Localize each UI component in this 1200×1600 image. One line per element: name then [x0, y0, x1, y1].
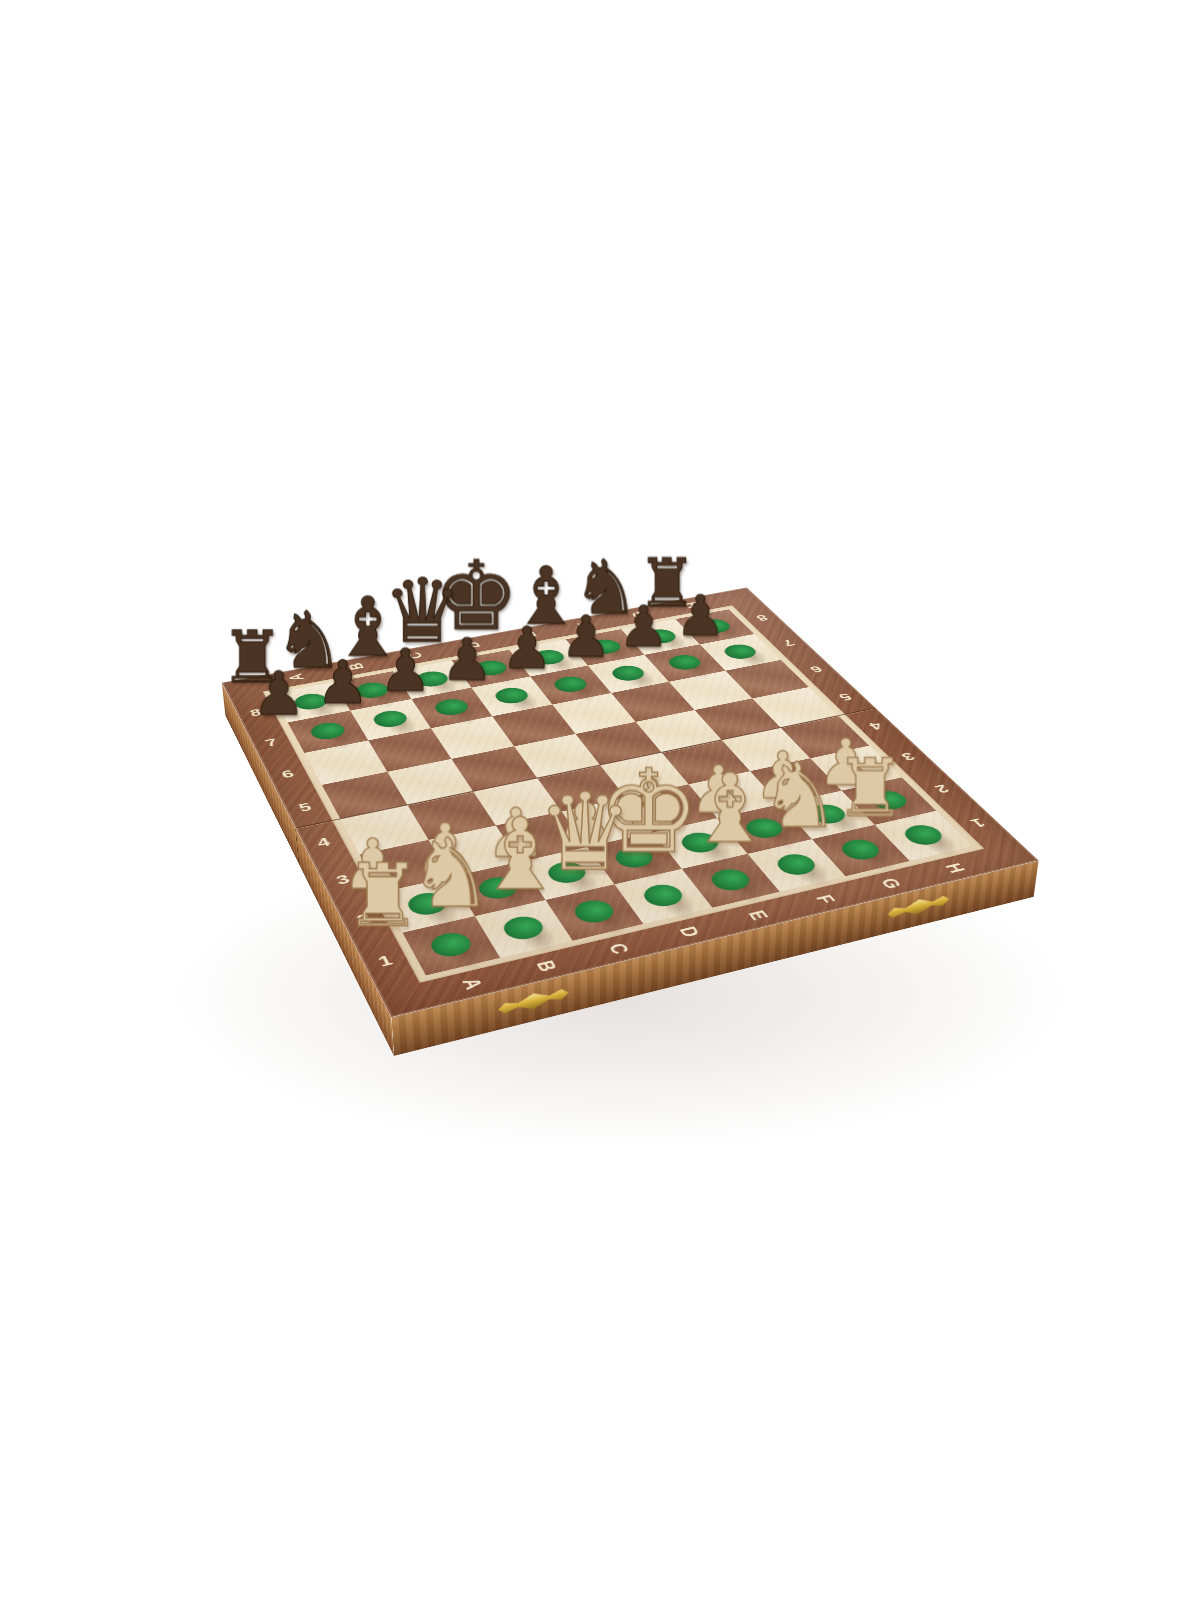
- label-file-a-near: A: [454, 972, 493, 996]
- square-a5[interactable]: [322, 772, 408, 819]
- scene: 8877665544332211HHGGFFEEDDCCBBAA ♜♞♝♛♚♝♞…: [0, 0, 1200, 1600]
- piece-white-rook[interactable]: ♜: [835, 747, 907, 827]
- label-rank-6-near: 6: [271, 765, 303, 783]
- fold-seam-side: [295, 828, 299, 864]
- label-rank-5-far: 5: [829, 689, 862, 704]
- label-rank-1-far: 1: [959, 813, 997, 832]
- label-file-e-near: E: [739, 904, 778, 926]
- label-rank-4-near: 4: [306, 832, 340, 852]
- label-file-c-near: C: [600, 937, 639, 960]
- label-file-d-near: D: [671, 920, 710, 943]
- label-rank-2-far: 2: [924, 780, 961, 798]
- piece-white-rook[interactable]: ♜: [344, 852, 422, 939]
- label-file-b-near: B: [528, 954, 567, 978]
- label-rank-6-far: 6: [800, 662, 832, 677]
- brass-clasp-2: [498, 985, 569, 1018]
- label-rank-5-near: 5: [288, 798, 321, 817]
- brass-clasp-1: [887, 892, 950, 922]
- label-rank-7-far: 7: [773, 636, 804, 650]
- square-b5[interactable]: [387, 759, 473, 805]
- label-file-g-near: G: [872, 873, 911, 894]
- product-photo-stage: 8877665544332211HHGGFFEEDDCCBBAA ♜♞♝♛♚♝♞…: [0, 0, 1200, 1600]
- label-file-h-near: H: [936, 858, 975, 878]
- label-rank-8-far: 8: [747, 611, 778, 624]
- label-rank-1-near: 1: [366, 949, 404, 972]
- label-rank-7-near: 7: [255, 734, 286, 751]
- label-file-f-near: F: [807, 888, 846, 909]
- chess-board: 8877665544332211HHGGFFEEDDCCBBAA ♜♞♝♛♚♝♞…: [222, 588, 1039, 1018]
